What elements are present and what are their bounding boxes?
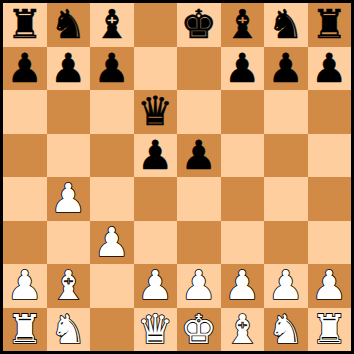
white-knight-icon: ♞ xyxy=(50,308,86,352)
white-pawn-icon: ♟ xyxy=(311,264,347,308)
square-b7[interactable]: ♟ xyxy=(47,47,91,91)
square-g1[interactable]: ♞ xyxy=(264,308,308,352)
square-h1[interactable]: ♜ xyxy=(308,308,352,352)
black-pawn-icon: ♟ xyxy=(94,47,130,91)
white-pawn-icon: ♟ xyxy=(224,264,260,308)
square-h5[interactable] xyxy=(308,134,352,178)
square-g7[interactable]: ♟ xyxy=(264,47,308,91)
chess-board: ♜♞♝♚♝♞♜♟♟♟♟♟♟♛♟♟♟♟♟♝♟♟♟♟♟♜♞♛♚♝♞♜ xyxy=(3,3,351,351)
square-a2[interactable]: ♟ xyxy=(3,264,47,308)
white-pawn-icon: ♟ xyxy=(94,221,130,265)
black-knight-icon: ♞ xyxy=(50,3,86,47)
square-h3[interactable] xyxy=(308,221,352,265)
square-f6[interactable] xyxy=(221,90,265,134)
square-f1[interactable]: ♝ xyxy=(221,308,265,352)
square-f2[interactable]: ♟ xyxy=(221,264,265,308)
white-bishop-icon: ♝ xyxy=(50,264,86,308)
square-f8[interactable]: ♝ xyxy=(221,3,265,47)
white-pawn-icon: ♟ xyxy=(268,264,304,308)
square-g8[interactable]: ♞ xyxy=(264,3,308,47)
square-a8[interactable]: ♜ xyxy=(3,3,47,47)
square-e6[interactable] xyxy=(177,90,221,134)
square-d1[interactable]: ♛ xyxy=(134,308,178,352)
square-e2[interactable]: ♟ xyxy=(177,264,221,308)
white-queen-icon: ♛ xyxy=(137,308,173,352)
black-pawn-icon: ♟ xyxy=(268,47,304,91)
square-g6[interactable] xyxy=(264,90,308,134)
white-knight-icon: ♞ xyxy=(268,308,304,352)
square-h7[interactable]: ♟ xyxy=(308,47,352,91)
square-c8[interactable]: ♝ xyxy=(90,3,134,47)
square-a6[interactable] xyxy=(3,90,47,134)
black-bishop-icon: ♝ xyxy=(94,3,130,47)
square-a3[interactable] xyxy=(3,221,47,265)
square-c3[interactable]: ♟ xyxy=(90,221,134,265)
square-e3[interactable] xyxy=(177,221,221,265)
square-a4[interactable] xyxy=(3,177,47,221)
black-knight-icon: ♞ xyxy=(268,3,304,47)
black-pawn-icon: ♟ xyxy=(224,47,260,91)
black-pawn-icon: ♟ xyxy=(7,47,43,91)
black-bishop-icon: ♝ xyxy=(224,3,260,47)
square-b2[interactable]: ♝ xyxy=(47,264,91,308)
square-f5[interactable] xyxy=(221,134,265,178)
white-rook-icon: ♜ xyxy=(311,308,347,352)
square-b6[interactable] xyxy=(47,90,91,134)
black-pawn-icon: ♟ xyxy=(50,47,86,91)
white-king-icon: ♚ xyxy=(181,308,217,352)
white-rook-icon: ♜ xyxy=(7,308,43,352)
square-h2[interactable]: ♟ xyxy=(308,264,352,308)
square-g4[interactable] xyxy=(264,177,308,221)
square-h4[interactable] xyxy=(308,177,352,221)
square-g3[interactable] xyxy=(264,221,308,265)
square-d8[interactable] xyxy=(134,3,178,47)
chess-board-frame: ♜♞♝♚♝♞♜♟♟♟♟♟♟♛♟♟♟♟♟♝♟♟♟♟♟♜♞♛♚♝♞♜ xyxy=(0,0,354,354)
black-king-icon: ♚ xyxy=(181,3,217,47)
square-a5[interactable] xyxy=(3,134,47,178)
square-d7[interactable] xyxy=(134,47,178,91)
square-g2[interactable]: ♟ xyxy=(264,264,308,308)
square-h6[interactable] xyxy=(308,90,352,134)
white-bishop-icon: ♝ xyxy=(224,308,260,352)
black-pawn-icon: ♟ xyxy=(311,47,347,91)
square-b1[interactable]: ♞ xyxy=(47,308,91,352)
square-d5[interactable]: ♟ xyxy=(134,134,178,178)
white-pawn-icon: ♟ xyxy=(137,264,173,308)
square-f4[interactable] xyxy=(221,177,265,221)
square-c2[interactable] xyxy=(90,264,134,308)
square-d2[interactable]: ♟ xyxy=(134,264,178,308)
black-rook-icon: ♜ xyxy=(311,3,347,47)
square-b4[interactable]: ♟ xyxy=(47,177,91,221)
square-b8[interactable]: ♞ xyxy=(47,3,91,47)
white-pawn-icon: ♟ xyxy=(7,264,43,308)
square-e1[interactable]: ♚ xyxy=(177,308,221,352)
square-e5[interactable]: ♟ xyxy=(177,134,221,178)
square-e7[interactable] xyxy=(177,47,221,91)
square-f7[interactable]: ♟ xyxy=(221,47,265,91)
square-d6[interactable]: ♛ xyxy=(134,90,178,134)
square-c6[interactable] xyxy=(90,90,134,134)
white-pawn-icon: ♟ xyxy=(50,177,86,221)
black-queen-icon: ♛ xyxy=(137,90,173,134)
square-c4[interactable] xyxy=(90,177,134,221)
square-a7[interactable]: ♟ xyxy=(3,47,47,91)
square-c5[interactable] xyxy=(90,134,134,178)
square-d4[interactable] xyxy=(134,177,178,221)
black-rook-icon: ♜ xyxy=(7,3,43,47)
black-pawn-icon: ♟ xyxy=(181,134,217,178)
square-c1[interactable] xyxy=(90,308,134,352)
square-e4[interactable] xyxy=(177,177,221,221)
square-h8[interactable]: ♜ xyxy=(308,3,352,47)
square-b5[interactable] xyxy=(47,134,91,178)
black-pawn-icon: ♟ xyxy=(137,134,173,178)
square-d3[interactable] xyxy=(134,221,178,265)
white-pawn-icon: ♟ xyxy=(181,264,217,308)
square-g5[interactable] xyxy=(264,134,308,178)
square-f3[interactable] xyxy=(221,221,265,265)
square-a1[interactable]: ♜ xyxy=(3,308,47,352)
square-e8[interactable]: ♚ xyxy=(177,3,221,47)
square-b3[interactable] xyxy=(47,221,91,265)
square-c7[interactable]: ♟ xyxy=(90,47,134,91)
